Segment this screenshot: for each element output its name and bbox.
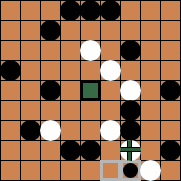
cell[interactable] [161, 21, 180, 40]
cell[interactable] [1, 81, 20, 100]
cell[interactable] [81, 101, 100, 120]
cell[interactable] [161, 81, 180, 100]
cell[interactable] [121, 121, 140, 140]
black-stone[interactable] [60, 140, 81, 161]
cell[interactable] [141, 1, 160, 20]
black-stone[interactable] [40, 20, 61, 41]
cell[interactable] [21, 61, 40, 80]
cell[interactable] [121, 101, 140, 120]
white-stone[interactable] [100, 60, 121, 81]
cell[interactable] [141, 141, 160, 160]
cell[interactable] [121, 61, 140, 80]
black-stone[interactable] [100, 0, 121, 21]
cell[interactable] [61, 41, 80, 60]
cell[interactable] [161, 101, 180, 120]
black-stone[interactable] [80, 0, 101, 21]
cell[interactable] [1, 41, 20, 60]
white-stone[interactable] [120, 80, 141, 101]
cell[interactable] [41, 61, 60, 80]
cell[interactable] [21, 41, 40, 60]
game-board [0, 0, 181, 181]
cell[interactable] [21, 121, 40, 140]
cell[interactable] [121, 1, 140, 20]
cell[interactable] [141, 121, 160, 140]
cell[interactable] [1, 121, 20, 140]
cell[interactable] [41, 1, 60, 20]
cell[interactable] [41, 141, 60, 160]
black-stone[interactable] [160, 140, 181, 161]
cell[interactable] [41, 81, 60, 100]
cell[interactable] [141, 41, 160, 60]
cell[interactable] [161, 141, 180, 160]
cell[interactable] [141, 61, 160, 80]
king-cross-horizontal [120, 147, 141, 152]
black-stone[interactable] [80, 140, 101, 161]
cell[interactable] [21, 101, 40, 120]
white-stone[interactable] [80, 40, 101, 61]
throne-square[interactable] [81, 81, 100, 100]
cell[interactable] [41, 41, 60, 60]
cell[interactable] [41, 121, 60, 140]
cell[interactable] [101, 61, 120, 80]
cell[interactable] [161, 121, 180, 140]
white-stone[interactable] [40, 120, 61, 141]
cell[interactable] [61, 61, 80, 80]
cell[interactable] [21, 81, 40, 100]
cell[interactable] [61, 101, 80, 120]
cell[interactable] [101, 41, 120, 60]
cell[interactable] [121, 141, 140, 160]
cell[interactable] [161, 1, 180, 20]
cell[interactable] [81, 61, 100, 80]
black-stone[interactable] [160, 80, 181, 101]
cell[interactable] [21, 161, 40, 180]
cell[interactable] [101, 21, 120, 40]
cell[interactable] [1, 101, 20, 120]
white-stone[interactable] [100, 120, 121, 141]
cell[interactable] [1, 1, 20, 20]
cell[interactable] [121, 41, 140, 60]
cell[interactable] [1, 61, 20, 80]
cell[interactable] [141, 161, 160, 180]
cell[interactable] [21, 21, 40, 40]
last-move-highlight-cell[interactable] [121, 161, 140, 180]
cell[interactable] [21, 141, 40, 160]
black-stone[interactable] [0, 60, 21, 81]
black-stone[interactable] [120, 120, 141, 141]
black-stone[interactable] [120, 40, 141, 61]
black-stone[interactable] [123, 163, 138, 178]
cell[interactable] [101, 101, 120, 120]
cell[interactable] [61, 141, 80, 160]
cell[interactable] [81, 161, 100, 180]
cell[interactable] [41, 161, 60, 180]
cell[interactable] [141, 21, 160, 40]
cell[interactable] [41, 21, 60, 40]
cell[interactable] [141, 101, 160, 120]
cell[interactable] [21, 1, 40, 20]
cell[interactable] [161, 61, 180, 80]
cell[interactable] [81, 21, 100, 40]
cell[interactable] [61, 1, 80, 20]
cell[interactable] [121, 81, 140, 100]
cell[interactable] [101, 81, 120, 100]
cell[interactable] [161, 41, 180, 60]
cell[interactable] [1, 141, 20, 160]
black-stone[interactable] [40, 80, 61, 101]
black-stone[interactable] [120, 100, 141, 121]
cell[interactable] [1, 21, 20, 40]
cell[interactable] [1, 161, 20, 180]
cell[interactable] [141, 81, 160, 100]
cell[interactable] [101, 141, 120, 160]
last-move-highlight-cell[interactable] [101, 161, 120, 180]
cell[interactable] [61, 81, 80, 100]
cell[interactable] [121, 21, 140, 40]
king-stone[interactable] [120, 140, 141, 161]
cell[interactable] [81, 1, 100, 20]
cell[interactable] [101, 1, 120, 20]
white-stone[interactable] [140, 160, 161, 181]
cell[interactable] [101, 121, 120, 140]
cell[interactable] [81, 141, 100, 160]
cell[interactable] [161, 161, 180, 180]
cell[interactable] [61, 161, 80, 180]
cell[interactable] [81, 41, 100, 60]
cell[interactable] [61, 21, 80, 40]
black-stone[interactable] [60, 0, 81, 21]
cell[interactable] [61, 121, 80, 140]
cell[interactable] [41, 101, 60, 120]
black-stone[interactable] [20, 120, 41, 141]
cell[interactable] [81, 121, 100, 140]
